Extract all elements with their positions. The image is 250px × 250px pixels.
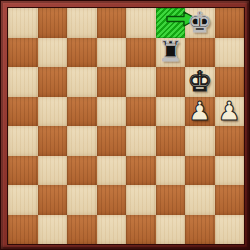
square-a7[interactable]	[8, 38, 38, 68]
square-f6[interactable]	[156, 67, 186, 97]
square-e3[interactable]	[126, 156, 156, 186]
square-a8[interactable]	[8, 8, 38, 38]
black-rook[interactable]: ♜	[158, 38, 183, 66]
square-g6[interactable]: ♚	[185, 67, 215, 97]
square-a1[interactable]	[8, 215, 38, 245]
white-pawn[interactable]: ♟	[218, 98, 241, 124]
square-a5[interactable]	[8, 97, 38, 127]
square-c5[interactable]	[67, 97, 97, 127]
square-h1[interactable]	[215, 215, 245, 245]
square-f3[interactable]	[156, 156, 186, 186]
square-f2[interactable]	[156, 185, 186, 215]
square-e6[interactable]	[126, 67, 156, 97]
square-c8[interactable]	[67, 8, 97, 38]
square-c6[interactable]	[67, 67, 97, 97]
chess-board: ♚♜♚♟♟	[8, 8, 244, 244]
square-d5[interactable]	[97, 97, 127, 127]
square-g4[interactable]	[185, 126, 215, 156]
square-b4[interactable]	[38, 126, 68, 156]
square-h5[interactable]: ♟	[215, 97, 245, 127]
square-a2[interactable]	[8, 185, 38, 215]
square-e7[interactable]	[126, 38, 156, 68]
square-d4[interactable]	[97, 126, 127, 156]
square-c1[interactable]	[67, 215, 97, 245]
square-f4[interactable]	[156, 126, 186, 156]
square-b1[interactable]	[38, 215, 68, 245]
square-c4[interactable]	[67, 126, 97, 156]
square-h2[interactable]	[215, 185, 245, 215]
square-b5[interactable]	[38, 97, 68, 127]
square-b6[interactable]	[38, 67, 68, 97]
square-d6[interactable]	[97, 67, 127, 97]
square-e5[interactable]	[126, 97, 156, 127]
square-f8[interactable]	[156, 8, 186, 38]
square-b7[interactable]	[38, 38, 68, 68]
square-g3[interactable]	[185, 156, 215, 186]
square-h3[interactable]	[215, 156, 245, 186]
square-d3[interactable]	[97, 156, 127, 186]
square-b3[interactable]	[38, 156, 68, 186]
square-d8[interactable]	[97, 8, 127, 38]
board-frame: ♚♜♚♟♟	[0, 0, 250, 250]
black-king[interactable]: ♚	[187, 9, 212, 37]
square-a4[interactable]	[8, 126, 38, 156]
square-f1[interactable]	[156, 215, 186, 245]
square-e4[interactable]	[126, 126, 156, 156]
white-king[interactable]: ♚	[187, 68, 212, 96]
square-e1[interactable]	[126, 215, 156, 245]
square-g2[interactable]	[185, 185, 215, 215]
square-b2[interactable]	[38, 185, 68, 215]
square-d2[interactable]	[97, 185, 127, 215]
square-g1[interactable]	[185, 215, 215, 245]
square-g8[interactable]: ♚	[185, 8, 215, 38]
square-c3[interactable]	[67, 156, 97, 186]
square-f7[interactable]: ♜	[156, 38, 186, 68]
square-h4[interactable]	[215, 126, 245, 156]
square-c7[interactable]	[67, 38, 97, 68]
square-e2[interactable]	[126, 185, 156, 215]
white-pawn[interactable]: ♟	[188, 98, 211, 124]
square-h7[interactable]	[215, 38, 245, 68]
square-c2[interactable]	[67, 185, 97, 215]
square-f5[interactable]	[156, 97, 186, 127]
square-d1[interactable]	[97, 215, 127, 245]
square-d7[interactable]	[97, 38, 127, 68]
square-g5[interactable]: ♟	[185, 97, 215, 127]
square-b8[interactable]	[38, 8, 68, 38]
square-a6[interactable]	[8, 67, 38, 97]
square-h8[interactable]	[215, 8, 245, 38]
square-a3[interactable]	[8, 156, 38, 186]
square-h6[interactable]	[215, 67, 245, 97]
square-e8[interactable]	[126, 8, 156, 38]
square-g7[interactable]	[185, 38, 215, 68]
